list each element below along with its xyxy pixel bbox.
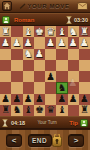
- piece-bP[interactable]: ♟: [46, 72, 55, 82]
- square[interactable]: [79, 82, 90, 93]
- square[interactable]: [23, 71, 34, 82]
- title-group: YOUR MOVE: [12, 3, 77, 10]
- square[interactable]: [45, 94, 56, 105]
- square[interactable]: [0, 49, 11, 60]
- piece-bP[interactable]: ♟: [57, 94, 66, 104]
- piece-wR[interactable]: ♜: [80, 27, 89, 37]
- square[interactable]: [79, 60, 90, 71]
- piece-bN[interactable]: ♞: [12, 105, 21, 115]
- piece-bP[interactable]: ♟: [24, 94, 33, 104]
- piece-bR[interactable]: ♜: [80, 105, 89, 115]
- square[interactable]: [11, 71, 22, 82]
- chess-app-window: YOUR MOVE Roman 03:30 ♜♝♚♛♝♞♜♟♟♟♟♟♟♟♞♟♟♞…: [0, 0, 90, 150]
- square[interactable]: ♛: [45, 26, 56, 37]
- piece-bP[interactable]: ♟: [80, 94, 89, 104]
- home-icon: [3, 2, 11, 10]
- piece-bP[interactable]: ♟: [35, 94, 44, 104]
- square[interactable]: [0, 60, 11, 71]
- piece-wP[interactable]: ♟: [12, 38, 21, 48]
- piece-bK[interactable]: ♚: [35, 105, 44, 115]
- square[interactable]: [68, 60, 79, 71]
- square[interactable]: ♜: [0, 105, 11, 116]
- hourglass-icon: [2, 119, 8, 127]
- piece-wK[interactable]: ♚: [35, 27, 44, 37]
- previous-move-button[interactable]: <: [6, 134, 22, 147]
- square[interactable]: ♜: [79, 26, 90, 37]
- piece-bR[interactable]: ♜: [1, 105, 10, 115]
- person-icon: [81, 120, 87, 126]
- end-game-button[interactable]: END: [28, 134, 52, 147]
- square[interactable]: [34, 71, 45, 82]
- square[interactable]: ♝: [23, 26, 34, 37]
- piece-wP[interactable]: ♟: [24, 38, 33, 48]
- mail-icon: [77, 2, 88, 10]
- messages-button[interactable]: [77, 2, 88, 10]
- square[interactable]: [45, 82, 56, 93]
- square[interactable]: ♝: [56, 105, 67, 116]
- square[interactable]: [11, 60, 22, 71]
- piece-bP[interactable]: ♟: [69, 94, 78, 104]
- piece-wN[interactable]: ♞: [24, 49, 33, 59]
- opponent-clock: 03:30: [74, 17, 88, 23]
- player-clock: 04:18: [11, 120, 25, 126]
- square[interactable]: ♟: [45, 37, 56, 48]
- page-title: YOUR MOVE: [27, 3, 69, 9]
- square[interactable]: [23, 60, 34, 71]
- square[interactable]: [56, 60, 67, 71]
- square[interactable]: ♚: [34, 26, 45, 37]
- person-icon: [3, 17, 9, 23]
- piece-bN[interactable]: ♞: [57, 83, 66, 93]
- piece-wQ[interactable]: ♛: [46, 27, 55, 37]
- square[interactable]: [11, 26, 22, 37]
- piece-wP[interactable]: ♟: [46, 38, 55, 48]
- opponent-bar: Roman 03:30: [0, 13, 90, 26]
- square[interactable]: ♝: [23, 105, 34, 116]
- square[interactable]: ♞: [11, 105, 22, 116]
- square[interactable]: [68, 71, 79, 82]
- next-move-button[interactable]: >: [68, 134, 84, 147]
- square[interactable]: [79, 49, 90, 60]
- piece-wB[interactable]: ♝: [24, 27, 33, 37]
- piece-bB[interactable]: ♝: [57, 105, 66, 115]
- square[interactable]: [11, 82, 22, 93]
- player-avatar[interactable]: [80, 119, 88, 127]
- square[interactable]: ♚: [34, 105, 45, 116]
- piece-wR[interactable]: ♜: [1, 27, 10, 37]
- square[interactable]: [45, 60, 56, 71]
- piece-bB[interactable]: ♝: [24, 105, 33, 115]
- square[interactable]: ♛: [45, 105, 56, 116]
- square[interactable]: [56, 49, 67, 60]
- square[interactable]: ♟: [11, 94, 22, 105]
- piece-bQ[interactable]: ♛: [46, 105, 55, 115]
- pencil-icon: [19, 3, 26, 10]
- square[interactable]: ♞: [56, 82, 67, 93]
- square[interactable]: [45, 49, 56, 60]
- square[interactable]: ♝: [56, 26, 67, 37]
- piece-wP[interactable]: ♟: [1, 38, 10, 48]
- turn-status-label: Your Turn: [37, 120, 56, 125]
- opponent-name: Roman: [14, 17, 34, 23]
- bottom-toolbar: < END >: [0, 129, 90, 150]
- square[interactable]: [56, 71, 67, 82]
- square[interactable]: [0, 82, 11, 93]
- square[interactable]: ♟: [68, 37, 79, 48]
- square[interactable]: ♜: [79, 105, 90, 116]
- opponent-avatar[interactable]: [2, 16, 10, 24]
- square[interactable]: [23, 82, 34, 93]
- square[interactable]: [11, 49, 22, 60]
- square[interactable]: [68, 82, 79, 93]
- square[interactable]: ♜: [0, 26, 11, 37]
- square[interactable]: ♟: [34, 94, 45, 105]
- square[interactable]: ♟: [0, 94, 11, 105]
- square[interactable]: ♟: [34, 49, 45, 60]
- hourglass-icon: [66, 16, 72, 24]
- square[interactable]: [68, 49, 79, 60]
- lock-badge-icon: [52, 134, 62, 147]
- piece-wP[interactable]: ♟: [69, 38, 78, 48]
- square[interactable]: ♟: [23, 94, 34, 105]
- home-button[interactable]: [2, 1, 12, 11]
- rated-game-lock-badge: [52, 133, 63, 147]
- square[interactable]: ♟: [56, 94, 67, 105]
- player-bar: 04:18 Your Turn Tip: [0, 116, 90, 129]
- square[interactable]: ♞: [68, 26, 79, 37]
- piece-wP[interactable]: ♟: [35, 49, 44, 59]
- piece-bP[interactable]: ♟: [1, 94, 10, 104]
- chess-board[interactable]: ♜♝♚♛♝♞♜♟♟♟♟♟♟♟♞♟♟♞♟♟♟♟♟♟♟♜♞♝♚♛♝♜: [0, 26, 90, 116]
- square[interactable]: [34, 60, 45, 71]
- title-bar: YOUR MOVE: [0, 0, 90, 13]
- piece-wP[interactable]: ♟: [80, 38, 89, 48]
- square[interactable]: ♟: [23, 37, 34, 48]
- square[interactable]: ♞: [23, 49, 34, 60]
- square[interactable]: ♟: [56, 37, 67, 48]
- square[interactable]: ♟: [11, 37, 22, 48]
- square[interactable]: [34, 37, 45, 48]
- piece-wB[interactable]: ♝: [57, 27, 66, 37]
- square[interactable]: [68, 105, 79, 116]
- square[interactable]: ♟: [45, 71, 56, 82]
- square[interactable]: ♟: [79, 37, 90, 48]
- player-name: Tip: [69, 120, 78, 126]
- square[interactable]: [79, 71, 90, 82]
- piece-bP[interactable]: ♟: [12, 94, 21, 104]
- piece-wP[interactable]: ♟: [57, 38, 66, 48]
- square[interactable]: ♟: [79, 94, 90, 105]
- piece-wN[interactable]: ♞: [69, 27, 78, 37]
- square[interactable]: [34, 82, 45, 93]
- square[interactable]: ♟: [68, 94, 79, 105]
- square[interactable]: [0, 71, 11, 82]
- square[interactable]: ♟: [0, 37, 11, 48]
